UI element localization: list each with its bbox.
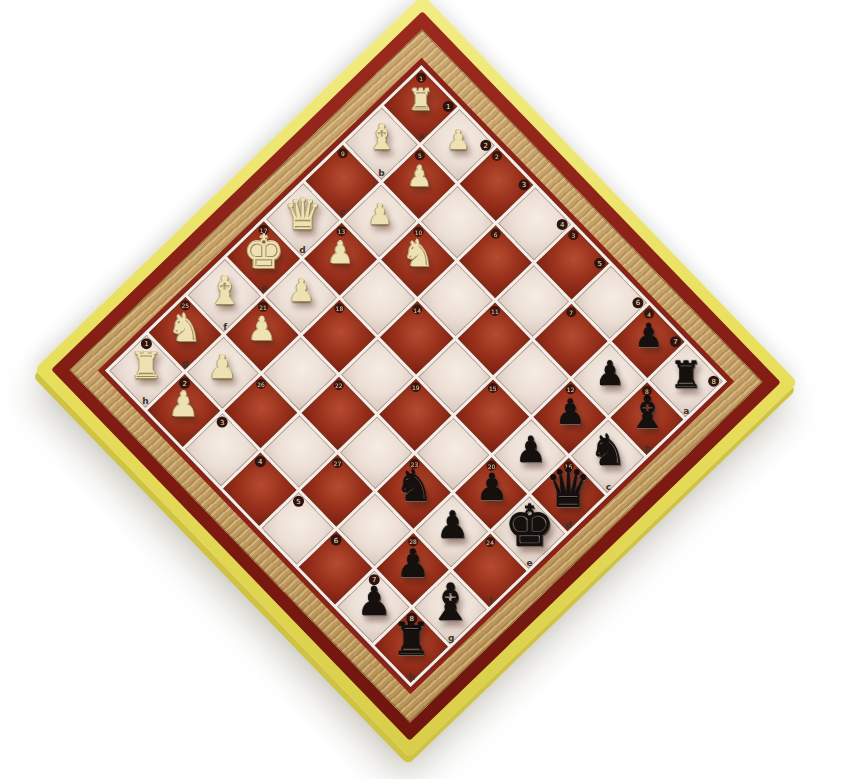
piece-white-pawn-b2[interactable]: ♟ xyxy=(407,163,432,191)
piece-white-bishop-b1[interactable]: ♝ xyxy=(366,120,397,155)
piece-black-pawn-a7[interactable]: ♟ xyxy=(634,320,663,352)
checkers-number-badge: 22 xyxy=(334,380,344,390)
piece-black-bishop-g8[interactable]: ♝ xyxy=(428,578,473,628)
piece-black-king-e8[interactable]: ♚ xyxy=(504,498,555,555)
rank-number-badge: 6 xyxy=(632,297,643,308)
piece-black-pawn-h7[interactable]: ♟ xyxy=(356,582,391,621)
checkers-number-badge: 26 xyxy=(256,379,266,389)
piece-black-knight-c8[interactable]: ♞ xyxy=(589,430,627,472)
file-letter-label: a xyxy=(418,131,424,141)
chess-board: 1a1♜2♟23435647♟a8♜b♝5♟67♟8b♝9c♟10♞1112♟c… xyxy=(34,0,798,758)
checkers-number-badge: 6 xyxy=(491,228,501,238)
checkers-number-badge: 11 xyxy=(489,306,499,316)
piece-white-pawn-h2[interactable]: ♟ xyxy=(168,388,198,422)
rank-number-badge: 1 xyxy=(443,101,454,112)
piece-black-rook-h8[interactable]: ♜ xyxy=(392,619,431,663)
piece-white-rook-a1[interactable]: ♜ xyxy=(408,86,434,115)
file-letter-label: g xyxy=(182,358,188,368)
piece-white-knight-g1[interactable]: ♞ xyxy=(168,309,202,347)
file-letter-label: e xyxy=(526,558,532,568)
checkers-number-badge: 5 xyxy=(415,150,425,160)
rank-number-badge: 4 xyxy=(556,219,567,230)
square-e8[interactable]: e♚ xyxy=(493,496,566,569)
rank-number-badge: 2 xyxy=(480,140,491,151)
rank-number-badge: 8 xyxy=(708,376,719,387)
rank-number-badge: 5 xyxy=(292,496,303,507)
checkers-number-badge: 3 xyxy=(568,230,578,240)
piece-white-pawn-c2[interactable]: ♟ xyxy=(367,201,393,230)
checkers-number-badge: 14 xyxy=(412,304,422,314)
rank-number-badge: 7 xyxy=(670,336,681,347)
rank-number-badge: 3 xyxy=(518,179,529,190)
file-letter-label: g xyxy=(447,633,453,643)
file-letter-label: e xyxy=(261,283,267,293)
piece-black-knight-f6[interactable]: ♞ xyxy=(395,465,434,508)
file-letter-label: b xyxy=(378,169,384,179)
checkers-number-badge: 15 xyxy=(488,383,498,393)
piece-black-bishop-b8[interactable]: ♝ xyxy=(627,391,666,435)
piece-black-pawn-e7[interactable]: ♟ xyxy=(475,470,507,506)
piece-white-king-e1[interactable]: ♚ xyxy=(243,229,284,275)
checkers-number-badge: 1 xyxy=(416,73,426,83)
rank-number-badge: 3 xyxy=(217,417,228,428)
piece-white-pawn-g2[interactable]: ♟ xyxy=(208,350,238,383)
piece-white-bishop-f1[interactable]: ♝ xyxy=(206,270,242,310)
checkers-number-badge: 2 xyxy=(492,151,502,161)
checkers-number-badge: 9 xyxy=(338,149,348,159)
file-letter-label: f xyxy=(489,596,493,606)
piece-black-rook-a8[interactable]: ♜ xyxy=(670,357,703,394)
rank-number-badge: 5 xyxy=(594,258,605,269)
piece-black-pawn-g7[interactable]: ♟ xyxy=(396,544,430,582)
file-letter-label: h xyxy=(408,671,414,681)
rank-number-badge: 4 xyxy=(254,456,265,467)
checkers-number-badge: 7 xyxy=(567,307,577,317)
piece-black-pawn-d7[interactable]: ♟ xyxy=(515,432,546,467)
file-letter-label: b xyxy=(644,444,650,454)
piece-white-rook-h1[interactable]: ♜ xyxy=(129,347,162,384)
piece-black-pawn-b7[interactable]: ♟ xyxy=(594,357,624,390)
piece-black-pawn-c7[interactable]: ♟ xyxy=(555,395,585,429)
checkers-number-badge: 19 xyxy=(411,382,421,392)
piece-white-knight-c3[interactable]: ♞ xyxy=(402,236,434,272)
piece-white-pawn-a2[interactable]: ♟ xyxy=(447,126,471,153)
piece-white-queen-d1[interactable]: ♛ xyxy=(284,192,323,235)
rank-number-badge: 6 xyxy=(330,535,341,546)
file-letter-label: d xyxy=(300,244,306,254)
piece-white-pawn-d2[interactable]: ♟ xyxy=(327,238,354,268)
file-letter-label: c xyxy=(605,482,610,492)
piece-white-pawn-e2[interactable]: ♟ xyxy=(288,276,316,307)
checkers-number-badge: 27 xyxy=(332,457,342,467)
file-letter-label: a xyxy=(683,406,689,416)
file-letter-label: h xyxy=(142,396,148,406)
board-grid: 1a1♜2♟23435647♟a8♜b♝5♟67♟8b♝9c♟10♞1112♟c… xyxy=(105,65,727,687)
piece-white-pawn-f2[interactable]: ♟ xyxy=(248,313,277,345)
checkers-number-badge: 24 xyxy=(485,537,495,547)
file-letter-label: d xyxy=(565,520,571,530)
file-letter-label: f xyxy=(223,321,227,331)
checkers-number-badge: 18 xyxy=(335,303,345,313)
product-photo-stage: 1a1♜2♟23435647♟a8♜b♝5♟67♟8b♝9c♟10♞1112♟c… xyxy=(0,0,850,779)
piece-black-pawn-f7[interactable]: ♟ xyxy=(435,507,468,544)
file-letter-label: c xyxy=(340,207,345,217)
